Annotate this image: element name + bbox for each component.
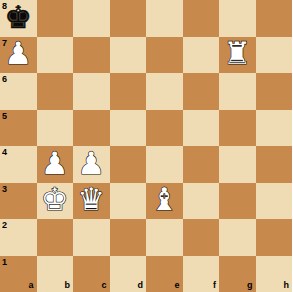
square-g7[interactable]: ♜ [219,37,256,74]
square-g3[interactable] [219,183,256,220]
rank-label-1: 1 [2,258,7,267]
square-h4[interactable] [256,146,293,183]
square-h3[interactable] [256,183,293,220]
square-c6[interactable] [73,73,110,110]
square-f8[interactable] [183,0,220,37]
file-label-h: h [284,281,290,290]
chess-board: 8♚7♟♜654♟♟3♚♛♝21abcdefgh [0,0,292,292]
file-label-d: d [138,281,144,290]
rank-label-5: 5 [2,112,7,121]
square-b3[interactable]: ♚ [37,183,74,220]
square-f4[interactable] [183,146,220,183]
square-b1[interactable]: b [37,256,74,292]
piece-white-king[interactable]: ♚ [41,184,69,215]
piece-black-king[interactable]: ♚ [4,2,32,33]
square-e5[interactable] [146,110,183,147]
square-g4[interactable] [219,146,256,183]
square-a3[interactable]: 3 [0,183,37,220]
rank-label-3: 3 [2,185,7,194]
square-f6[interactable] [183,73,220,110]
square-c2[interactable] [73,219,110,256]
square-e7[interactable] [146,37,183,74]
piece-white-rook[interactable]: ♜ [223,38,251,69]
square-a4[interactable]: 4 [0,146,37,183]
square-g8[interactable] [219,0,256,37]
square-d4[interactable] [110,146,147,183]
square-b8[interactable] [37,0,74,37]
square-e3[interactable]: ♝ [146,183,183,220]
square-f1[interactable]: f [183,256,220,292]
square-b5[interactable] [37,110,74,147]
rank-label-6: 6 [2,75,7,84]
square-d5[interactable] [110,110,147,147]
square-a1[interactable]: 1a [0,256,37,292]
rank-label-2: 2 [2,221,7,230]
square-a7[interactable]: 7♟ [0,37,37,74]
square-e4[interactable] [146,146,183,183]
piece-white-pawn[interactable]: ♟ [77,148,105,179]
file-label-g: g [247,281,253,290]
square-c3[interactable]: ♛ [73,183,110,220]
file-label-b: b [65,281,71,290]
piece-white-queen[interactable]: ♛ [77,184,105,215]
square-g6[interactable] [219,73,256,110]
square-e2[interactable] [146,219,183,256]
square-b2[interactable] [37,219,74,256]
square-d2[interactable] [110,219,147,256]
square-e1[interactable]: e [146,256,183,292]
square-d6[interactable] [110,73,147,110]
file-label-a: a [28,281,33,290]
square-h5[interactable] [256,110,293,147]
square-c7[interactable] [73,37,110,74]
square-c4[interactable]: ♟ [73,146,110,183]
square-h2[interactable] [256,219,293,256]
square-f2[interactable] [183,219,220,256]
square-f3[interactable] [183,183,220,220]
file-label-c: c [101,281,106,290]
square-h7[interactable] [256,37,293,74]
square-c8[interactable] [73,0,110,37]
file-label-f: f [213,281,216,290]
square-d8[interactable] [110,0,147,37]
piece-white-pawn[interactable]: ♟ [4,38,32,69]
square-f5[interactable] [183,110,220,147]
square-h6[interactable] [256,73,293,110]
square-b4[interactable]: ♟ [37,146,74,183]
square-g1[interactable]: g [219,256,256,292]
square-c5[interactable] [73,110,110,147]
square-a2[interactable]: 2 [0,219,37,256]
square-c1[interactable]: c [73,256,110,292]
rank-label-4: 4 [2,148,7,157]
square-b7[interactable] [37,37,74,74]
square-f7[interactable] [183,37,220,74]
square-g2[interactable] [219,219,256,256]
square-a6[interactable]: 6 [0,73,37,110]
piece-white-pawn[interactable]: ♟ [41,148,69,179]
square-g5[interactable] [219,110,256,147]
square-d1[interactable]: d [110,256,147,292]
square-a8[interactable]: 8♚ [0,0,37,37]
square-a5[interactable]: 5 [0,110,37,147]
square-h1[interactable]: h [256,256,293,292]
piece-white-bishop[interactable]: ♝ [150,184,178,215]
square-d7[interactable] [110,37,147,74]
square-h8[interactable] [256,0,293,37]
square-e6[interactable] [146,73,183,110]
square-d3[interactable] [110,183,147,220]
square-e8[interactable] [146,0,183,37]
square-b6[interactable] [37,73,74,110]
file-label-e: e [174,281,179,290]
